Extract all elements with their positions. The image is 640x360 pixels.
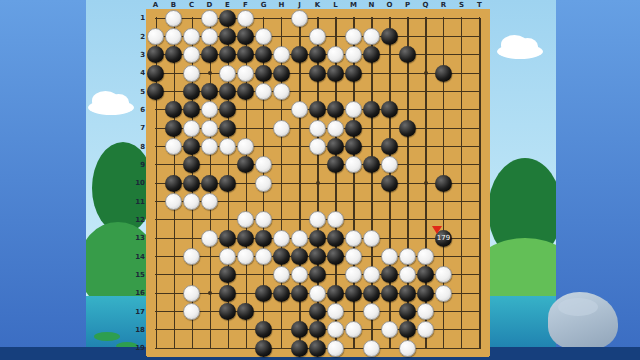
row-label-9: 9 bbox=[133, 161, 145, 169]
black-stone-N3 bbox=[363, 46, 380, 63]
intersection-grid[interactable]: 179 bbox=[147, 9, 489, 357]
white-stone-D7 bbox=[201, 120, 218, 137]
white-stone-L7 bbox=[327, 120, 344, 137]
white-stone-D2 bbox=[201, 28, 218, 45]
white-stone-H3 bbox=[273, 46, 290, 63]
column-label-N: N bbox=[369, 1, 375, 9]
white-stone-N15 bbox=[363, 266, 380, 283]
black-stone-E3 bbox=[219, 46, 236, 63]
white-stone-C17 bbox=[183, 303, 200, 320]
black-stone-R10 bbox=[435, 175, 452, 192]
white-stone-K8 bbox=[309, 138, 326, 155]
white-stone-D13 bbox=[201, 230, 218, 247]
black-stone-M4 bbox=[345, 65, 362, 82]
white-stone-G9 bbox=[255, 156, 272, 173]
white-stone-C14 bbox=[183, 248, 200, 265]
white-stone-E4 bbox=[219, 65, 236, 82]
black-stone-M16 bbox=[345, 285, 362, 302]
black-stone-B3 bbox=[165, 46, 182, 63]
black-stone-E1 bbox=[219, 10, 236, 27]
left-blue-panel bbox=[0, 0, 86, 360]
black-stone-K6 bbox=[309, 101, 326, 118]
black-stone-B10 bbox=[165, 175, 182, 192]
black-stone-G19 bbox=[255, 340, 272, 357]
cloud-right bbox=[497, 44, 543, 59]
white-stone-R16 bbox=[435, 285, 452, 302]
black-stone-C5 bbox=[183, 83, 200, 100]
black-stone-A3 bbox=[147, 46, 164, 63]
last-move-marker-icon bbox=[432, 226, 442, 234]
black-stone-L4 bbox=[327, 65, 344, 82]
row-label-11: 11 bbox=[133, 198, 145, 206]
black-stone-G16 bbox=[255, 285, 272, 302]
white-stone-F8 bbox=[237, 138, 254, 155]
white-stone-G14 bbox=[255, 248, 272, 265]
column-label-L: L bbox=[333, 1, 337, 9]
black-stone-N16 bbox=[363, 285, 380, 302]
row-label-12: 12 bbox=[133, 216, 145, 224]
white-stone-G2 bbox=[255, 28, 272, 45]
white-stone-N2 bbox=[363, 28, 380, 45]
white-stone-B8 bbox=[165, 138, 182, 155]
black-stone-J16 bbox=[291, 285, 308, 302]
black-stone-C6 bbox=[183, 101, 200, 118]
cloud-left bbox=[88, 100, 134, 115]
black-stone-D5 bbox=[201, 83, 218, 100]
white-stone-N13 bbox=[363, 230, 380, 247]
column-label-R: R bbox=[441, 1, 446, 9]
white-stone-J6 bbox=[291, 101, 308, 118]
white-stone-B1 bbox=[165, 10, 182, 27]
row-label-3: 3 bbox=[133, 51, 145, 59]
column-label-B: B bbox=[171, 1, 176, 9]
white-stone-D11 bbox=[201, 193, 218, 210]
black-stone-H14 bbox=[273, 248, 290, 265]
black-stone-K17 bbox=[309, 303, 326, 320]
white-stone-P14 bbox=[399, 248, 416, 265]
white-stone-M9 bbox=[345, 156, 362, 173]
column-label-C: C bbox=[189, 1, 194, 9]
black-stone-Q15 bbox=[417, 266, 434, 283]
black-stone-M7 bbox=[345, 120, 362, 137]
black-stone-O15 bbox=[381, 266, 398, 283]
black-stone-E6 bbox=[219, 101, 236, 118]
white-stone-D1 bbox=[201, 10, 218, 27]
black-stone-B6 bbox=[165, 101, 182, 118]
row-label-7: 7 bbox=[133, 124, 145, 132]
white-stone-Q18 bbox=[417, 321, 434, 338]
white-stone-P19 bbox=[399, 340, 416, 357]
last-move-stone-R13: 179 bbox=[435, 230, 452, 247]
white-stone-D8 bbox=[201, 138, 218, 155]
black-stone-B7 bbox=[165, 120, 182, 137]
white-stone-G5 bbox=[255, 83, 272, 100]
black-stone-K13 bbox=[309, 230, 326, 247]
white-stone-R15 bbox=[435, 266, 452, 283]
column-label-P: P bbox=[405, 1, 410, 9]
white-stone-H13 bbox=[273, 230, 290, 247]
column-label-A: A bbox=[153, 1, 158, 9]
white-stone-H5 bbox=[273, 83, 290, 100]
column-label-T: T bbox=[477, 1, 482, 9]
row-label-10: 10 bbox=[133, 179, 145, 187]
black-stone-E13 bbox=[219, 230, 236, 247]
black-stone-H4 bbox=[273, 65, 290, 82]
black-stone-K14 bbox=[309, 248, 326, 265]
white-stone-O14 bbox=[381, 248, 398, 265]
black-stone-E2 bbox=[219, 28, 236, 45]
white-stone-G10 bbox=[255, 175, 272, 192]
black-stone-E17 bbox=[219, 303, 236, 320]
black-stone-F5 bbox=[237, 83, 254, 100]
black-stone-C9 bbox=[183, 156, 200, 173]
white-stone-L18 bbox=[327, 321, 344, 338]
white-stone-O9 bbox=[381, 156, 398, 173]
black-stone-F9 bbox=[237, 156, 254, 173]
black-stone-G3 bbox=[255, 46, 272, 63]
black-stone-H16 bbox=[273, 285, 290, 302]
white-stone-M18 bbox=[345, 321, 362, 338]
white-stone-M3 bbox=[345, 46, 362, 63]
black-stone-F3 bbox=[237, 46, 254, 63]
white-stone-L12 bbox=[327, 211, 344, 228]
white-stone-H7 bbox=[273, 120, 290, 137]
white-stone-K7 bbox=[309, 120, 326, 137]
black-stone-L16 bbox=[327, 285, 344, 302]
white-stone-G12 bbox=[255, 211, 272, 228]
column-label-G: G bbox=[261, 1, 267, 9]
white-stone-M15 bbox=[345, 266, 362, 283]
row-label-16: 16 bbox=[133, 289, 145, 297]
white-stone-J1 bbox=[291, 10, 308, 27]
go-app-window: { "game": "go", "board": { "size": 19, "… bbox=[0, 0, 640, 360]
black-stone-J3 bbox=[291, 46, 308, 63]
column-label-E: E bbox=[225, 1, 230, 9]
white-stone-E14 bbox=[219, 248, 236, 265]
column-label-F: F bbox=[243, 1, 248, 9]
white-stone-L19 bbox=[327, 340, 344, 357]
column-label-M: M bbox=[350, 1, 357, 9]
black-stone-E15 bbox=[219, 266, 236, 283]
black-stone-D3 bbox=[201, 46, 218, 63]
white-stone-C3 bbox=[183, 46, 200, 63]
black-stone-E5 bbox=[219, 83, 236, 100]
row-label-6: 6 bbox=[133, 106, 145, 114]
column-label-S: S bbox=[459, 1, 464, 9]
row-label-4: 4 bbox=[133, 69, 145, 77]
black-stone-E7 bbox=[219, 120, 236, 137]
black-stone-C8 bbox=[183, 138, 200, 155]
black-stone-M8 bbox=[345, 138, 362, 155]
row-label-17: 17 bbox=[133, 308, 145, 316]
white-stone-B11 bbox=[165, 193, 182, 210]
white-stone-K16 bbox=[309, 285, 326, 302]
white-stone-C7 bbox=[183, 120, 200, 137]
white-stone-M13 bbox=[345, 230, 362, 247]
white-stone-Q17 bbox=[417, 303, 434, 320]
black-stone-G4 bbox=[255, 65, 272, 82]
row-label-19: 19 bbox=[133, 344, 145, 352]
black-stone-K18 bbox=[309, 321, 326, 338]
black-stone-R4 bbox=[435, 65, 452, 82]
black-stone-L14 bbox=[327, 248, 344, 265]
white-stone-P15 bbox=[399, 266, 416, 283]
black-stone-F2 bbox=[237, 28, 254, 45]
white-stone-M2 bbox=[345, 28, 362, 45]
white-stone-C4 bbox=[183, 65, 200, 82]
column-label-Q: Q bbox=[423, 1, 429, 9]
black-stone-D10 bbox=[201, 175, 218, 192]
white-stone-C16 bbox=[183, 285, 200, 302]
black-stone-N6 bbox=[363, 101, 380, 118]
black-stone-A5 bbox=[147, 83, 164, 100]
white-stone-J15 bbox=[291, 266, 308, 283]
black-stone-K3 bbox=[309, 46, 326, 63]
black-stone-O2 bbox=[381, 28, 398, 45]
white-stone-F4 bbox=[237, 65, 254, 82]
white-stone-J13 bbox=[291, 230, 308, 247]
row-label-13: 13 bbox=[133, 234, 145, 242]
black-stone-F17 bbox=[237, 303, 254, 320]
black-stone-O10 bbox=[381, 175, 398, 192]
black-stone-K4 bbox=[309, 65, 326, 82]
black-stone-O8 bbox=[381, 138, 398, 155]
black-stone-F13 bbox=[237, 230, 254, 247]
rock-highlight bbox=[558, 298, 598, 316]
go-board[interactable]: 179 bbox=[146, 9, 490, 356]
black-stone-J19 bbox=[291, 340, 308, 357]
black-stone-K19 bbox=[309, 340, 326, 357]
black-stone-L13 bbox=[327, 230, 344, 247]
lily-pad bbox=[94, 332, 120, 341]
white-stone-B2 bbox=[165, 28, 182, 45]
white-stone-O18 bbox=[381, 321, 398, 338]
column-label-J: J bbox=[298, 1, 301, 9]
row-label-5: 5 bbox=[133, 88, 145, 96]
white-stone-F1 bbox=[237, 10, 254, 27]
black-stone-L6 bbox=[327, 101, 344, 118]
white-stone-F12 bbox=[237, 211, 254, 228]
black-stone-P18 bbox=[399, 321, 416, 338]
black-stone-O16 bbox=[381, 285, 398, 302]
white-stone-L3 bbox=[327, 46, 344, 63]
black-stone-K15 bbox=[309, 266, 326, 283]
white-stone-N19 bbox=[363, 340, 380, 357]
white-stone-C11 bbox=[183, 193, 200, 210]
black-stone-P3 bbox=[399, 46, 416, 63]
white-stone-M14 bbox=[345, 248, 362, 265]
white-stone-E8 bbox=[219, 138, 236, 155]
black-stone-E10 bbox=[219, 175, 236, 192]
black-stone-L8 bbox=[327, 138, 344, 155]
black-stone-J14 bbox=[291, 248, 308, 265]
row-label-8: 8 bbox=[133, 143, 145, 151]
row-label-2: 2 bbox=[133, 33, 145, 41]
white-stone-H15 bbox=[273, 266, 290, 283]
black-stone-Q16 bbox=[417, 285, 434, 302]
white-stone-F14 bbox=[237, 248, 254, 265]
white-stone-K12 bbox=[309, 211, 326, 228]
column-label-H: H bbox=[279, 1, 285, 9]
row-label-14: 14 bbox=[133, 253, 145, 261]
white-stone-N17 bbox=[363, 303, 380, 320]
column-label-K: K bbox=[315, 1, 320, 9]
row-label-1: 1 bbox=[133, 14, 145, 22]
white-stone-M6 bbox=[345, 101, 362, 118]
black-stone-O6 bbox=[381, 101, 398, 118]
white-stone-Q14 bbox=[417, 248, 434, 265]
black-stone-N9 bbox=[363, 156, 380, 173]
black-stone-P17 bbox=[399, 303, 416, 320]
white-stone-C2 bbox=[183, 28, 200, 45]
black-stone-A4 bbox=[147, 65, 164, 82]
black-stone-P16 bbox=[399, 285, 416, 302]
black-stone-L9 bbox=[327, 156, 344, 173]
white-stone-A2 bbox=[147, 28, 164, 45]
black-stone-G13 bbox=[255, 230, 272, 247]
black-stone-P7 bbox=[399, 120, 416, 137]
column-label-O: O bbox=[387, 1, 393, 9]
white-stone-K2 bbox=[309, 28, 326, 45]
row-label-15: 15 bbox=[133, 271, 145, 279]
row-label-18: 18 bbox=[133, 326, 145, 334]
black-stone-E16 bbox=[219, 285, 236, 302]
black-stone-C10 bbox=[183, 175, 200, 192]
white-stone-D6 bbox=[201, 101, 218, 118]
black-stone-G18 bbox=[255, 321, 272, 338]
column-label-D: D bbox=[207, 1, 213, 9]
white-stone-L17 bbox=[327, 303, 344, 320]
black-stone-J18 bbox=[291, 321, 308, 338]
